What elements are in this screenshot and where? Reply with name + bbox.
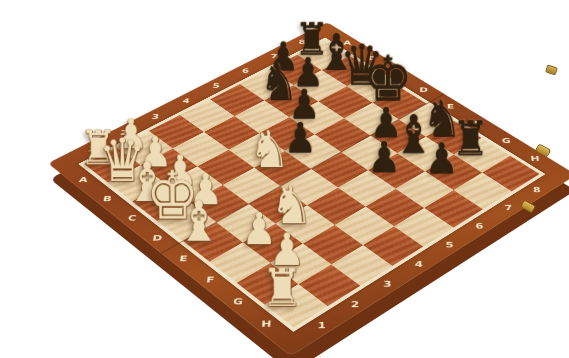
coord-label-file-e-far: E: [447, 103, 454, 109]
coord-label-rank-3-left: 3: [151, 113, 159, 119]
coord-label-rank-7-left: 7: [270, 53, 277, 59]
coord-label-rank-8-left: 8: [298, 39, 305, 45]
coord-label-file-c-near: C: [127, 214, 137, 221]
board-3d-wrapper: ♜♝♛♚♞♜♟♟♟♝♟♞♟♟♟♞♞♟♟♟♟♟♟♜♛♝♚♝♜ AABBCCDDEE…: [88, 0, 534, 358]
coord-label-file-h-far: H: [530, 155, 540, 162]
playing-area-border: ♜♝♛♚♞♜♟♟♟♝♟♞♟♟♟♞♞♟♟♟♟♟♟♜♛♝♚♝♜: [78, 37, 545, 331]
coord-label-rank-4-left: 4: [182, 98, 190, 104]
brass-hinge-icon: [545, 64, 558, 75]
coord-label-rank-5-right: 5: [445, 241, 453, 249]
coord-label-rank-6-right: 6: [475, 222, 483, 229]
coord-label-rank-8-right: 8: [533, 186, 541, 193]
coord-label-file-d-far: D: [419, 87, 428, 93]
coord-label-file-a-far: A: [343, 40, 351, 46]
coord-label-rank-5-left: 5: [212, 83, 220, 89]
coord-label-rank-7-right: 7: [504, 204, 512, 211]
coord-label-file-f-far: F: [474, 120, 482, 126]
coord-label-rank-1-right: 1: [317, 321, 326, 329]
coord-label-file-c-far: C: [394, 71, 402, 77]
coord-label-rank-2-right: 2: [351, 300, 359, 308]
coord-label-file-h-near: H: [261, 320, 272, 328]
coord-label-file-b-far: B: [368, 55, 376, 61]
piece-white-knight-d4[interactable]: ♞: [249, 124, 290, 175]
coord-label-file-a-near: A: [78, 176, 88, 183]
board-grid: ♜♝♛♚♞♜♟♟♟♝♟♞♟♟♟♞♞♟♟♟♟♟♟♜♛♝♚♝♜: [84, 40, 539, 327]
chess-set-photo: ♜♝♛♚♞♜♟♟♟♝♟♞♟♟♟♞♞♟♟♟♟♟♟♜♛♝♚♝♜ AABBCCDDEE…: [0, 0, 569, 358]
coord-label-file-d-near: D: [152, 234, 163, 241]
piece-black-pawn-f6[interactable]: ♟: [367, 136, 400, 178]
board-frame: ♜♝♛♚♞♜♟♟♟♝♟♞♟♟♟♞♞♟♟♟♟♟♟♜♛♝♚♝♜ AABBCCDDEE…: [48, 22, 569, 356]
coord-label-rank-4-right: 4: [415, 260, 423, 268]
coord-label-file-g-far: G: [501, 137, 510, 144]
coord-label-rank-6-left: 6: [242, 68, 250, 74]
coord-label-file-e-near: E: [179, 255, 188, 263]
piece-white-bishop-e1[interactable]: ♝: [176, 194, 221, 250]
piece-white-rook-h1[interactable]: ♜: [261, 262, 303, 314]
coord-label-rank-3-right: 3: [383, 280, 391, 288]
coord-label-file-b-near: B: [102, 195, 112, 202]
coord-label-file-f-near: F: [206, 276, 215, 284]
piece-black-pawn-g7[interactable]: ♟: [425, 137, 459, 179]
coord-label-file-g-near: G: [233, 297, 244, 305]
